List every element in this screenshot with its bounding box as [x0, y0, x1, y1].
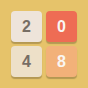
- tile-4: 4: [11, 46, 42, 77]
- tile-8: 8: [46, 46, 77, 77]
- tile-2: 2: [11, 11, 42, 42]
- 2048-board: 2 0 4 8: [0, 0, 88, 88]
- tile-0: 0: [46, 11, 77, 42]
